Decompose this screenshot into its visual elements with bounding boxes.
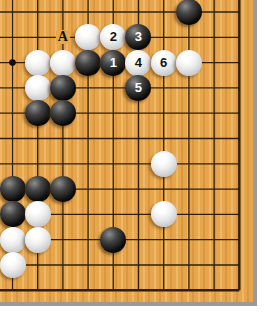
intersection bbox=[151, 126, 176, 151]
intersection bbox=[126, 176, 151, 201]
intersection bbox=[50, 50, 75, 75]
intersection bbox=[0, 202, 25, 227]
intersection bbox=[0, 101, 25, 126]
intersection bbox=[151, 252, 176, 277]
intersection bbox=[176, 252, 201, 277]
intersection bbox=[75, 126, 100, 151]
intersection bbox=[151, 176, 176, 201]
intersection: 1 bbox=[101, 50, 126, 75]
intersection bbox=[201, 75, 226, 100]
intersection bbox=[227, 252, 252, 277]
intersection bbox=[126, 202, 151, 227]
intersection bbox=[25, 278, 50, 303]
black-stone bbox=[75, 50, 101, 76]
intersection bbox=[151, 202, 176, 227]
intersection bbox=[0, 227, 25, 252]
white-stone bbox=[176, 50, 202, 76]
intersection bbox=[201, 278, 226, 303]
intersection bbox=[227, 278, 252, 303]
intersection bbox=[101, 227, 126, 252]
intersection bbox=[176, 176, 201, 201]
intersection bbox=[50, 126, 75, 151]
white-stone bbox=[50, 50, 76, 76]
black-stone bbox=[0, 176, 26, 202]
intersection bbox=[0, 252, 25, 277]
intersection: 5 bbox=[126, 75, 151, 100]
intersection bbox=[176, 202, 201, 227]
intersection bbox=[25, 176, 50, 201]
intersection bbox=[227, 75, 252, 100]
intersection bbox=[227, 101, 252, 126]
intersection bbox=[75, 278, 100, 303]
intersection bbox=[176, 50, 201, 75]
intersection bbox=[176, 126, 201, 151]
intersection bbox=[0, 75, 25, 100]
label-A: A bbox=[56, 30, 70, 44]
intersection bbox=[151, 101, 176, 126]
intersection bbox=[101, 202, 126, 227]
intersection bbox=[227, 176, 252, 201]
intersection bbox=[176, 227, 201, 252]
black-stone bbox=[176, 0, 202, 25]
intersection bbox=[50, 202, 75, 227]
white-stone bbox=[25, 227, 51, 253]
intersection bbox=[50, 151, 75, 176]
intersection bbox=[75, 176, 100, 201]
intersection bbox=[75, 151, 100, 176]
white-stone-move-2: 2 bbox=[100, 24, 126, 50]
intersection: 2 bbox=[101, 25, 126, 50]
intersection bbox=[50, 278, 75, 303]
go-diagram: A231465 bbox=[0, 0, 265, 318]
intersection bbox=[151, 151, 176, 176]
intersection bbox=[201, 101, 226, 126]
intersection bbox=[75, 50, 100, 75]
intersection bbox=[101, 252, 126, 277]
intersection: 6 bbox=[151, 50, 176, 75]
intersection bbox=[176, 101, 201, 126]
intersection bbox=[0, 151, 25, 176]
white-stone bbox=[151, 151, 177, 177]
intersection bbox=[227, 50, 252, 75]
intersection bbox=[75, 227, 100, 252]
intersection bbox=[25, 151, 50, 176]
black-stone bbox=[25, 176, 51, 202]
intersection bbox=[25, 75, 50, 100]
intersection bbox=[126, 278, 151, 303]
intersection bbox=[50, 0, 75, 25]
intersection bbox=[176, 151, 201, 176]
white-stone bbox=[151, 201, 177, 227]
intersection bbox=[50, 176, 75, 201]
intersection bbox=[101, 278, 126, 303]
intersection: 4 bbox=[126, 50, 151, 75]
black-stone-move-1: 1 bbox=[100, 50, 126, 76]
intersection bbox=[50, 252, 75, 277]
intersection bbox=[227, 25, 252, 50]
white-stone bbox=[25, 201, 51, 227]
white-stone-move-4: 4 bbox=[125, 50, 151, 76]
black-stone-move-3: 3 bbox=[125, 24, 151, 50]
intersection bbox=[227, 0, 252, 25]
board-grid: A231465 bbox=[0, 0, 252, 303]
intersection bbox=[201, 227, 226, 252]
intersection bbox=[101, 75, 126, 100]
intersection bbox=[0, 126, 25, 151]
intersection bbox=[126, 126, 151, 151]
intersection bbox=[0, 0, 25, 25]
intersection bbox=[176, 0, 201, 25]
intersection bbox=[126, 101, 151, 126]
intersection bbox=[75, 75, 100, 100]
intersection bbox=[25, 25, 50, 50]
intersection bbox=[201, 50, 226, 75]
intersection bbox=[50, 227, 75, 252]
intersection bbox=[75, 25, 100, 50]
intersection bbox=[126, 252, 151, 277]
black-stone bbox=[25, 100, 51, 126]
intersection bbox=[25, 227, 50, 252]
intersection bbox=[0, 176, 25, 201]
intersection bbox=[75, 101, 100, 126]
board-surface[interactable]: A231465 bbox=[0, 0, 257, 306]
intersection bbox=[151, 25, 176, 50]
intersection bbox=[0, 278, 25, 303]
intersection bbox=[201, 126, 226, 151]
intersection bbox=[151, 75, 176, 100]
intersection bbox=[101, 126, 126, 151]
intersection bbox=[75, 252, 100, 277]
intersection bbox=[126, 151, 151, 176]
intersection bbox=[0, 50, 25, 75]
intersection bbox=[227, 126, 252, 151]
white-stone bbox=[75, 24, 101, 50]
intersection bbox=[201, 202, 226, 227]
intersection bbox=[176, 278, 201, 303]
intersection bbox=[101, 101, 126, 126]
black-stone bbox=[0, 201, 26, 227]
white-stone-move-6: 6 bbox=[151, 50, 177, 76]
intersection bbox=[201, 252, 226, 277]
intersection bbox=[101, 0, 126, 25]
intersection bbox=[201, 176, 226, 201]
intersection bbox=[201, 151, 226, 176]
intersection bbox=[101, 151, 126, 176]
intersection bbox=[25, 50, 50, 75]
intersection bbox=[0, 25, 25, 50]
black-stone-move-5: 5 bbox=[125, 75, 151, 101]
intersection bbox=[25, 0, 50, 25]
intersection bbox=[75, 0, 100, 25]
intersection bbox=[227, 202, 252, 227]
intersection bbox=[201, 25, 226, 50]
intersection: A bbox=[50, 25, 75, 50]
intersection bbox=[50, 101, 75, 126]
intersection bbox=[101, 176, 126, 201]
intersection bbox=[25, 126, 50, 151]
intersection bbox=[25, 202, 50, 227]
white-stone bbox=[25, 50, 51, 76]
black-stone bbox=[50, 100, 76, 126]
intersection: 3 bbox=[126, 25, 151, 50]
black-stone bbox=[50, 75, 76, 101]
intersection bbox=[50, 75, 75, 100]
white-stone bbox=[25, 75, 51, 101]
intersection bbox=[176, 25, 201, 50]
intersection bbox=[151, 278, 176, 303]
white-stone bbox=[0, 227, 26, 253]
black-stone bbox=[100, 227, 126, 253]
intersection bbox=[176, 75, 201, 100]
intersection bbox=[227, 227, 252, 252]
intersection bbox=[25, 252, 50, 277]
intersection bbox=[151, 0, 176, 25]
intersection bbox=[25, 101, 50, 126]
intersection bbox=[126, 0, 151, 25]
white-stone bbox=[0, 252, 26, 278]
intersection bbox=[201, 0, 226, 25]
intersection bbox=[126, 227, 151, 252]
intersection bbox=[151, 227, 176, 252]
intersection bbox=[75, 202, 100, 227]
intersection bbox=[227, 151, 252, 176]
black-stone bbox=[50, 176, 76, 202]
